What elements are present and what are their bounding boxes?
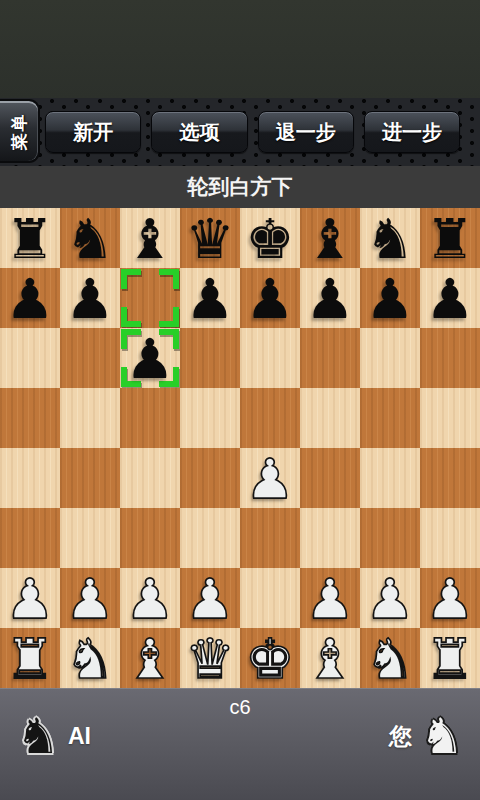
chess-board: ♜♞♝♛♚♝♞♜♟♟♟♟♟♟♟♟♟♟♟♟♟♟♟♟♜♞♝♛♚♝♞♜ — [0, 208, 480, 688]
menu-tab[interactable]: 菜单 — [0, 99, 40, 163]
black-knight-g8[interactable]: ♞ — [360, 208, 420, 268]
square-b1[interactable]: ♞ — [60, 628, 120, 688]
square-h7[interactable]: ♟ — [420, 268, 480, 328]
highlight-corner — [159, 307, 179, 327]
square-a8[interactable]: ♜ — [0, 208, 60, 268]
toolbar-button-redo[interactable]: 进一步 — [364, 111, 460, 153]
square-f5[interactable] — [300, 388, 360, 448]
square-b3[interactable] — [60, 508, 120, 568]
toolbar: 菜单 新开选项退一步进一步 — [0, 98, 480, 166]
toolbar-buttons: 新开选项退一步进一步 — [45, 111, 470, 151]
toolbar-button-options[interactable]: 选项 — [151, 111, 247, 153]
square-e6[interactable] — [240, 328, 300, 388]
square-g6[interactable] — [360, 328, 420, 388]
square-c4[interactable] — [120, 448, 180, 508]
white-rook-a1[interactable]: ♜ — [0, 628, 60, 688]
black-pawn-h7[interactable]: ♟ — [420, 268, 480, 328]
square-h4[interactable] — [420, 448, 480, 508]
white-pawn-d2[interactable]: ♟ — [180, 568, 240, 628]
top-panel — [0, 0, 480, 98]
square-e4[interactable]: ♟ — [240, 448, 300, 508]
black-bishop-c8[interactable]: ♝ — [120, 208, 180, 268]
square-d2[interactable]: ♟ — [180, 568, 240, 628]
square-b5[interactable] — [60, 388, 120, 448]
square-e8[interactable]: ♚ — [240, 208, 300, 268]
square-h5[interactable] — [420, 388, 480, 448]
white-queen-d1[interactable]: ♛ — [180, 628, 240, 688]
square-b7[interactable]: ♟ — [60, 268, 120, 328]
square-c7[interactable] — [120, 268, 180, 328]
square-h6[interactable] — [420, 328, 480, 388]
highlight-corner — [121, 307, 141, 327]
black-pawn-d7[interactable]: ♟ — [180, 268, 240, 328]
white-knight-b1[interactable]: ♞ — [60, 628, 120, 688]
status-bar: 轮到白方下 — [0, 166, 480, 208]
black-king-e8[interactable]: ♚ — [240, 208, 300, 268]
square-d6[interactable] — [180, 328, 240, 388]
square-f6[interactable] — [300, 328, 360, 388]
black-pawn-e7[interactable]: ♟ — [240, 268, 300, 328]
square-c1[interactable]: ♝ — [120, 628, 180, 688]
white-bishop-c1[interactable]: ♝ — [120, 628, 180, 688]
square-b2[interactable]: ♟ — [60, 568, 120, 628]
square-a5[interactable] — [0, 388, 60, 448]
square-g3[interactable] — [360, 508, 420, 568]
square-a2[interactable]: ♟ — [0, 568, 60, 628]
square-h2[interactable]: ♟ — [420, 568, 480, 628]
square-f2[interactable]: ♟ — [300, 568, 360, 628]
square-b8[interactable]: ♞ — [60, 208, 120, 268]
white-pawn-c2[interactable]: ♟ — [120, 568, 180, 628]
square-a7[interactable]: ♟ — [0, 268, 60, 328]
toolbar-button-new-game[interactable]: 新开 — [45, 111, 141, 153]
black-knight-b8[interactable]: ♞ — [60, 208, 120, 268]
square-g7[interactable]: ♟ — [360, 268, 420, 328]
square-e3[interactable] — [240, 508, 300, 568]
black-pawn-b7[interactable]: ♟ — [60, 268, 120, 328]
square-c8[interactable]: ♝ — [120, 208, 180, 268]
white-knight-icon — [420, 712, 464, 761]
white-pawn-b2[interactable]: ♟ — [60, 568, 120, 628]
square-a3[interactable] — [0, 508, 60, 568]
square-e2[interactable] — [240, 568, 300, 628]
square-f3[interactable] — [300, 508, 360, 568]
white-bishop-f1[interactable]: ♝ — [300, 628, 360, 688]
square-h1[interactable]: ♜ — [420, 628, 480, 688]
black-queen-d8[interactable]: ♛ — [180, 208, 240, 268]
square-e5[interactable] — [240, 388, 300, 448]
square-d4[interactable] — [180, 448, 240, 508]
square-h8[interactable]: ♜ — [420, 208, 480, 268]
app-screen: 菜单 新开选项退一步进一步 轮到白方下 ♜♞♝♛♚♝♞♜♟♟♟♟♟♟♟♟♟♟♟♟… — [0, 0, 480, 800]
white-pawn-e4[interactable]: ♟ — [240, 448, 300, 508]
player-you: 您 — [389, 712, 464, 761]
black-pawn-c6[interactable]: ♟ — [120, 328, 180, 388]
square-b4[interactable] — [60, 448, 120, 508]
square-c2[interactable]: ♟ — [120, 568, 180, 628]
square-c3[interactable] — [120, 508, 180, 568]
square-d8[interactable]: ♛ — [180, 208, 240, 268]
square-f1[interactable]: ♝ — [300, 628, 360, 688]
toolbar-button-undo[interactable]: 退一步 — [258, 111, 354, 153]
black-pawn-g7[interactable]: ♟ — [360, 268, 420, 328]
highlight-corner — [159, 269, 179, 289]
square-d7[interactable]: ♟ — [180, 268, 240, 328]
bottom-bar: c6 AI 您 — [0, 688, 480, 800]
white-king-e1[interactable]: ♚ — [240, 628, 300, 688]
players-row: AI 您 — [0, 710, 480, 762]
square-c5[interactable] — [120, 388, 180, 448]
black-rook-a8[interactable]: ♜ — [0, 208, 60, 268]
highlight-corner — [121, 269, 141, 289]
square-a1[interactable]: ♜ — [0, 628, 60, 688]
square-a6[interactable] — [0, 328, 60, 388]
player-ai: AI — [16, 712, 91, 761]
square-d5[interactable] — [180, 388, 240, 448]
square-f4[interactable] — [300, 448, 360, 508]
square-e1[interactable]: ♚ — [240, 628, 300, 688]
black-bishop-f8[interactable]: ♝ — [300, 208, 360, 268]
white-pawn-f2[interactable]: ♟ — [300, 568, 360, 628]
square-d1[interactable]: ♛ — [180, 628, 240, 688]
menu-tab-label: 菜单 — [8, 112, 31, 150]
square-g4[interactable] — [360, 448, 420, 508]
white-pawn-g2[interactable]: ♟ — [360, 568, 420, 628]
square-e7[interactable]: ♟ — [240, 268, 300, 328]
you-label: 您 — [389, 721, 412, 752]
square-g1[interactable]: ♞ — [360, 628, 420, 688]
status-text: 轮到白方下 — [188, 173, 293, 201]
square-h3[interactable] — [420, 508, 480, 568]
black-rook-h8[interactable]: ♜ — [420, 208, 480, 268]
black-knight-icon — [16, 712, 60, 761]
square-b6[interactable] — [60, 328, 120, 388]
square-a4[interactable] — [0, 448, 60, 508]
white-pawn-h2[interactable]: ♟ — [420, 568, 480, 628]
square-g5[interactable] — [360, 388, 420, 448]
square-g2[interactable]: ♟ — [360, 568, 420, 628]
square-f8[interactable]: ♝ — [300, 208, 360, 268]
white-rook-h1[interactable]: ♜ — [420, 628, 480, 688]
square-g8[interactable]: ♞ — [360, 208, 420, 268]
square-f7[interactable]: ♟ — [300, 268, 360, 328]
black-pawn-f7[interactable]: ♟ — [300, 268, 360, 328]
white-knight-g1[interactable]: ♞ — [360, 628, 420, 688]
square-d3[interactable] — [180, 508, 240, 568]
black-pawn-a7[interactable]: ♟ — [0, 268, 60, 328]
ai-label: AI — [68, 723, 91, 750]
square-c6[interactable]: ♟ — [120, 328, 180, 388]
white-pawn-a2[interactable]: ♟ — [0, 568, 60, 628]
